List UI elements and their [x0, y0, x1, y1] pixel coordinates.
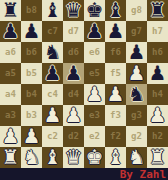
square-f6[interactable]: f6 — [105, 42, 126, 63]
square-e2[interactable]: e2 — [84, 126, 105, 147]
coordinate-label-f6: f6 — [110, 48, 121, 57]
white-pawn: ♟ — [44, 105, 62, 126]
square-e5[interactable]: e5 — [84, 63, 105, 84]
square-h7[interactable]: h7 — [147, 21, 168, 42]
coordinate-label-b6: b6 — [26, 48, 37, 57]
coordinate-label-d6: d6 — [68, 48, 79, 57]
white-queen: ♛ — [65, 147, 83, 168]
coordinate-label-g8: g8 — [131, 6, 142, 15]
square-a2[interactable]: ♟ — [0, 126, 21, 147]
square-h6[interactable]: h6 — [147, 42, 168, 63]
white-knight: ♞ — [128, 147, 146, 168]
white-pawn: ♟ — [86, 84, 104, 105]
coordinate-label-b4: b4 — [26, 90, 37, 99]
square-b8[interactable]: b8 — [21, 0, 42, 21]
square-e8[interactable]: ♚ — [84, 0, 105, 21]
square-f3[interactable]: f3 — [105, 105, 126, 126]
black-rook: ♜ — [2, 0, 20, 21]
coordinate-label-a3: a3 — [5, 111, 16, 120]
coordinate-label-b5: b5 — [26, 69, 37, 78]
square-f8[interactable]: ♝ — [105, 0, 126, 21]
black-pawn: ♟ — [149, 63, 167, 84]
square-a4[interactable]: a4 — [0, 84, 21, 105]
credit-bar: By Zahl — [0, 168, 168, 180]
black-pawn: ♟ — [44, 63, 62, 84]
black-king: ♚ — [86, 0, 104, 21]
coordinate-label-h7: h7 — [152, 27, 163, 36]
white-pawn: ♟ — [65, 105, 83, 126]
square-b4[interactable]: b4 — [21, 84, 42, 105]
white-bishop: ♝ — [107, 147, 125, 168]
black-pawn: ♟ — [23, 21, 41, 42]
square-g2[interactable]: g2 — [126, 126, 147, 147]
square-b7[interactable]: ♟ — [21, 21, 42, 42]
coordinate-label-d4: d4 — [68, 90, 79, 99]
square-e6[interactable]: e6 — [84, 42, 105, 63]
coordinate-label-e2: e2 — [89, 132, 100, 141]
coordinate-label-h4: h4 — [152, 90, 163, 99]
coordinate-label-f2: f2 — [110, 132, 121, 141]
square-b3[interactable]: b3 — [21, 105, 42, 126]
square-h2[interactable]: h2 — [147, 126, 168, 147]
square-c2[interactable]: c2 — [42, 126, 63, 147]
chess-board: ♜b8♝♛♚♝g8♜♟♟c7d7♟♟g7h7a6b6♞d6e6f6♟h6a5b5… — [0, 0, 168, 168]
square-c4[interactable]: c4 — [42, 84, 63, 105]
coordinate-label-d2: d2 — [68, 132, 79, 141]
square-d4[interactable]: d4 — [63, 84, 84, 105]
black-bishop: ♝ — [44, 0, 62, 21]
black-queen: ♛ — [65, 0, 83, 21]
square-d7[interactable]: d7 — [63, 21, 84, 42]
coordinate-label-g7: g7 — [131, 27, 142, 36]
coordinate-label-e3: e3 — [89, 111, 100, 120]
square-c6[interactable]: ♞ — [42, 42, 63, 63]
white-bishop: ♝ — [44, 147, 62, 168]
coordinate-label-d7: d7 — [68, 27, 79, 36]
coordinate-label-e6: e6 — [89, 48, 100, 57]
square-e7[interactable]: ♟ — [84, 21, 105, 42]
square-g5[interactable]: ♟ — [126, 63, 147, 84]
white-rook: ♜ — [149, 147, 167, 168]
square-c3[interactable]: ♟ — [42, 105, 63, 126]
square-b2[interactable]: ♟ — [21, 126, 42, 147]
square-a8[interactable]: ♜ — [0, 0, 21, 21]
square-h4[interactable]: h4 — [147, 84, 168, 105]
black-pawn: ♟ — [2, 21, 20, 42]
square-d5[interactable]: ♟ — [63, 63, 84, 84]
square-h5[interactable]: ♟ — [147, 63, 168, 84]
black-bishop: ♝ — [107, 0, 125, 21]
square-g1[interactable]: ♞ — [126, 147, 147, 168]
square-c5[interactable]: ♟ — [42, 63, 63, 84]
black-knight: ♞ — [128, 84, 146, 105]
coordinate-label-c4: c4 — [47, 90, 58, 99]
coordinate-label-a6: a6 — [5, 48, 16, 57]
square-a7[interactable]: ♟ — [0, 21, 21, 42]
coordinate-label-a5: a5 — [5, 69, 16, 78]
black-pawn: ♟ — [107, 21, 125, 42]
square-h1[interactable]: ♜ — [147, 147, 168, 168]
square-g7[interactable]: g7 — [126, 21, 147, 42]
white-king: ♚ — [86, 147, 104, 168]
coordinate-label-h2: h2 — [152, 132, 163, 141]
square-f1[interactable]: ♝ — [105, 147, 126, 168]
coordinate-label-b8: b8 — [26, 6, 37, 15]
black-knight: ♞ — [44, 42, 62, 63]
square-f5[interactable]: f5 — [105, 63, 126, 84]
coordinate-label-f5: f5 — [110, 69, 121, 78]
square-h8[interactable]: ♜ — [147, 0, 168, 21]
coordinate-label-e5: e5 — [89, 69, 100, 78]
black-rook: ♜ — [149, 0, 167, 21]
square-c8[interactable]: ♝ — [42, 0, 63, 21]
square-g4[interactable]: ♞ — [126, 84, 147, 105]
square-c1[interactable]: ♝ — [42, 147, 63, 168]
square-a5[interactable]: a5 — [0, 63, 21, 84]
square-b6[interactable]: b6 — [21, 42, 42, 63]
white-pawn: ♟ — [128, 63, 146, 84]
white-pawn: ♟ — [2, 126, 20, 147]
square-d1[interactable]: ♛ — [63, 147, 84, 168]
white-knight: ♞ — [23, 147, 41, 168]
coordinate-label-f3: f3 — [110, 111, 121, 120]
square-c7[interactable]: c7 — [42, 21, 63, 42]
square-f7[interactable]: ♟ — [105, 21, 126, 42]
coordinate-label-c7: c7 — [47, 27, 58, 36]
square-b5[interactable]: b5 — [21, 63, 42, 84]
square-a1[interactable]: ♜ — [0, 147, 21, 168]
square-g6[interactable]: ♟ — [126, 42, 147, 63]
coordinate-label-h6: h6 — [152, 48, 163, 57]
square-f4[interactable]: ♟ — [105, 84, 126, 105]
coordinate-label-c2: c2 — [47, 132, 58, 141]
square-d2[interactable]: d2 — [63, 126, 84, 147]
coordinate-label-g3: g3 — [131, 111, 142, 120]
white-rook: ♜ — [2, 147, 20, 168]
square-e1[interactable]: ♚ — [84, 147, 105, 168]
square-a3[interactable]: a3 — [0, 105, 21, 126]
square-g3[interactable]: g3 — [126, 105, 147, 126]
black-pawn: ♟ — [65, 63, 83, 84]
square-d6[interactable]: d6 — [63, 42, 84, 63]
white-pawn: ♟ — [23, 126, 41, 147]
coordinate-label-a4: a4 — [5, 90, 16, 99]
square-d3[interactable]: ♟ — [63, 105, 84, 126]
square-g8[interactable]: g8 — [126, 0, 147, 21]
square-e4[interactable]: ♟ — [84, 84, 105, 105]
square-f2[interactable]: f2 — [105, 126, 126, 147]
square-a6[interactable]: a6 — [0, 42, 21, 63]
credit-text: By Zahl — [120, 169, 166, 180]
coordinate-label-g2: g2 — [131, 132, 142, 141]
square-e3[interactable]: e3 — [84, 105, 105, 126]
square-h3[interactable]: ♟ — [147, 105, 168, 126]
white-pawn: ♟ — [107, 84, 125, 105]
black-pawn: ♟ — [86, 21, 104, 42]
coordinate-label-b3: b3 — [26, 111, 37, 120]
square-d8[interactable]: ♛ — [63, 0, 84, 21]
white-pawn: ♟ — [149, 105, 167, 126]
black-pawn: ♟ — [128, 42, 146, 63]
square-b1[interactable]: ♞ — [21, 147, 42, 168]
